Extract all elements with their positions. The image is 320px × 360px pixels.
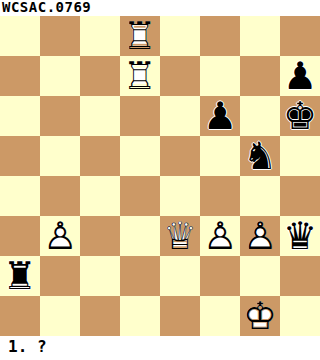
square-g7[interactable] xyxy=(240,56,280,96)
piece-black-rook: ♜ xyxy=(0,256,40,296)
square-d7[interactable]: ♜♖ xyxy=(120,56,160,96)
square-b4[interactable] xyxy=(40,176,80,216)
square-e8[interactable] xyxy=(160,16,200,56)
chess-board: ♜♖♜♖♟♟♚♞♟♙♛♕♟♙♟♙♛♜♚♔ xyxy=(0,16,320,336)
square-e6[interactable] xyxy=(160,96,200,136)
square-a7[interactable] xyxy=(0,56,40,96)
square-h5[interactable] xyxy=(280,136,320,176)
square-g4[interactable] xyxy=(240,176,280,216)
square-h3[interactable]: ♛ xyxy=(280,216,320,256)
square-a4[interactable] xyxy=(0,176,40,216)
square-b1[interactable] xyxy=(40,296,80,336)
square-b7[interactable] xyxy=(40,56,80,96)
square-f7[interactable] xyxy=(200,56,240,96)
square-h4[interactable] xyxy=(280,176,320,216)
square-b5[interactable] xyxy=(40,136,80,176)
square-d8[interactable]: ♜♖ xyxy=(120,16,160,56)
square-h7[interactable]: ♟ xyxy=(280,56,320,96)
square-d5[interactable] xyxy=(120,136,160,176)
square-f6[interactable]: ♟ xyxy=(200,96,240,136)
square-c3[interactable] xyxy=(80,216,120,256)
square-e7[interactable] xyxy=(160,56,200,96)
square-e3[interactable]: ♛♕ xyxy=(160,216,200,256)
square-h1[interactable] xyxy=(280,296,320,336)
square-d6[interactable] xyxy=(120,96,160,136)
square-e2[interactable] xyxy=(160,256,200,296)
puzzle-id-label: WCSAC.0769 xyxy=(2,0,91,16)
square-a3[interactable] xyxy=(0,216,40,256)
square-f3[interactable]: ♟♙ xyxy=(200,216,240,256)
piece-black-pawn: ♟ xyxy=(200,96,240,136)
square-h6[interactable]: ♚ xyxy=(280,96,320,136)
square-b6[interactable] xyxy=(40,96,80,136)
square-f5[interactable] xyxy=(200,136,240,176)
square-h8[interactable] xyxy=(280,16,320,56)
square-e1[interactable] xyxy=(160,296,200,336)
square-e5[interactable] xyxy=(160,136,200,176)
square-c5[interactable] xyxy=(80,136,120,176)
piece-white-queen: ♛♕ xyxy=(160,216,200,256)
square-g5[interactable]: ♞ xyxy=(240,136,280,176)
square-c1[interactable] xyxy=(80,296,120,336)
square-b3[interactable]: ♟♙ xyxy=(40,216,80,256)
square-a8[interactable] xyxy=(0,16,40,56)
square-d1[interactable] xyxy=(120,296,160,336)
piece-white-pawn: ♟♙ xyxy=(240,216,280,256)
piece-black-knight: ♞ xyxy=(240,136,280,176)
square-b2[interactable] xyxy=(40,256,80,296)
square-a6[interactable] xyxy=(0,96,40,136)
square-f1[interactable] xyxy=(200,296,240,336)
square-c7[interactable] xyxy=(80,56,120,96)
piece-black-king: ♚ xyxy=(280,96,320,136)
square-b8[interactable] xyxy=(40,16,80,56)
square-g6[interactable] xyxy=(240,96,280,136)
piece-white-pawn: ♟♙ xyxy=(200,216,240,256)
square-f2[interactable] xyxy=(200,256,240,296)
square-a5[interactable] xyxy=(0,136,40,176)
piece-black-queen: ♛ xyxy=(280,216,320,256)
square-c8[interactable] xyxy=(80,16,120,56)
square-d3[interactable] xyxy=(120,216,160,256)
square-a1[interactable] xyxy=(0,296,40,336)
piece-white-rook: ♜♖ xyxy=(120,56,160,96)
piece-white-king: ♚♔ xyxy=(240,296,280,336)
square-d2[interactable] xyxy=(120,256,160,296)
square-h2[interactable] xyxy=(280,256,320,296)
square-c6[interactable] xyxy=(80,96,120,136)
square-f8[interactable] xyxy=(200,16,240,56)
move-prompt: 1. ? xyxy=(8,337,47,357)
piece-black-pawn: ♟ xyxy=(280,56,320,96)
square-e4[interactable] xyxy=(160,176,200,216)
square-g2[interactable] xyxy=(240,256,280,296)
square-c2[interactable] xyxy=(80,256,120,296)
chess-puzzle-screen: WCSAC.0769 ♜♖♜♖♟♟♚♞♟♙♛♕♟♙♟♙♛♜♚♔ 1. ? xyxy=(0,0,320,360)
square-g1[interactable]: ♚♔ xyxy=(240,296,280,336)
square-c4[interactable] xyxy=(80,176,120,216)
piece-white-rook: ♜♖ xyxy=(120,16,160,56)
square-f4[interactable] xyxy=(200,176,240,216)
piece-white-pawn: ♟♙ xyxy=(40,216,80,256)
square-g3[interactable]: ♟♙ xyxy=(240,216,280,256)
square-g8[interactable] xyxy=(240,16,280,56)
square-a2[interactable]: ♜ xyxy=(0,256,40,296)
square-d4[interactable] xyxy=(120,176,160,216)
